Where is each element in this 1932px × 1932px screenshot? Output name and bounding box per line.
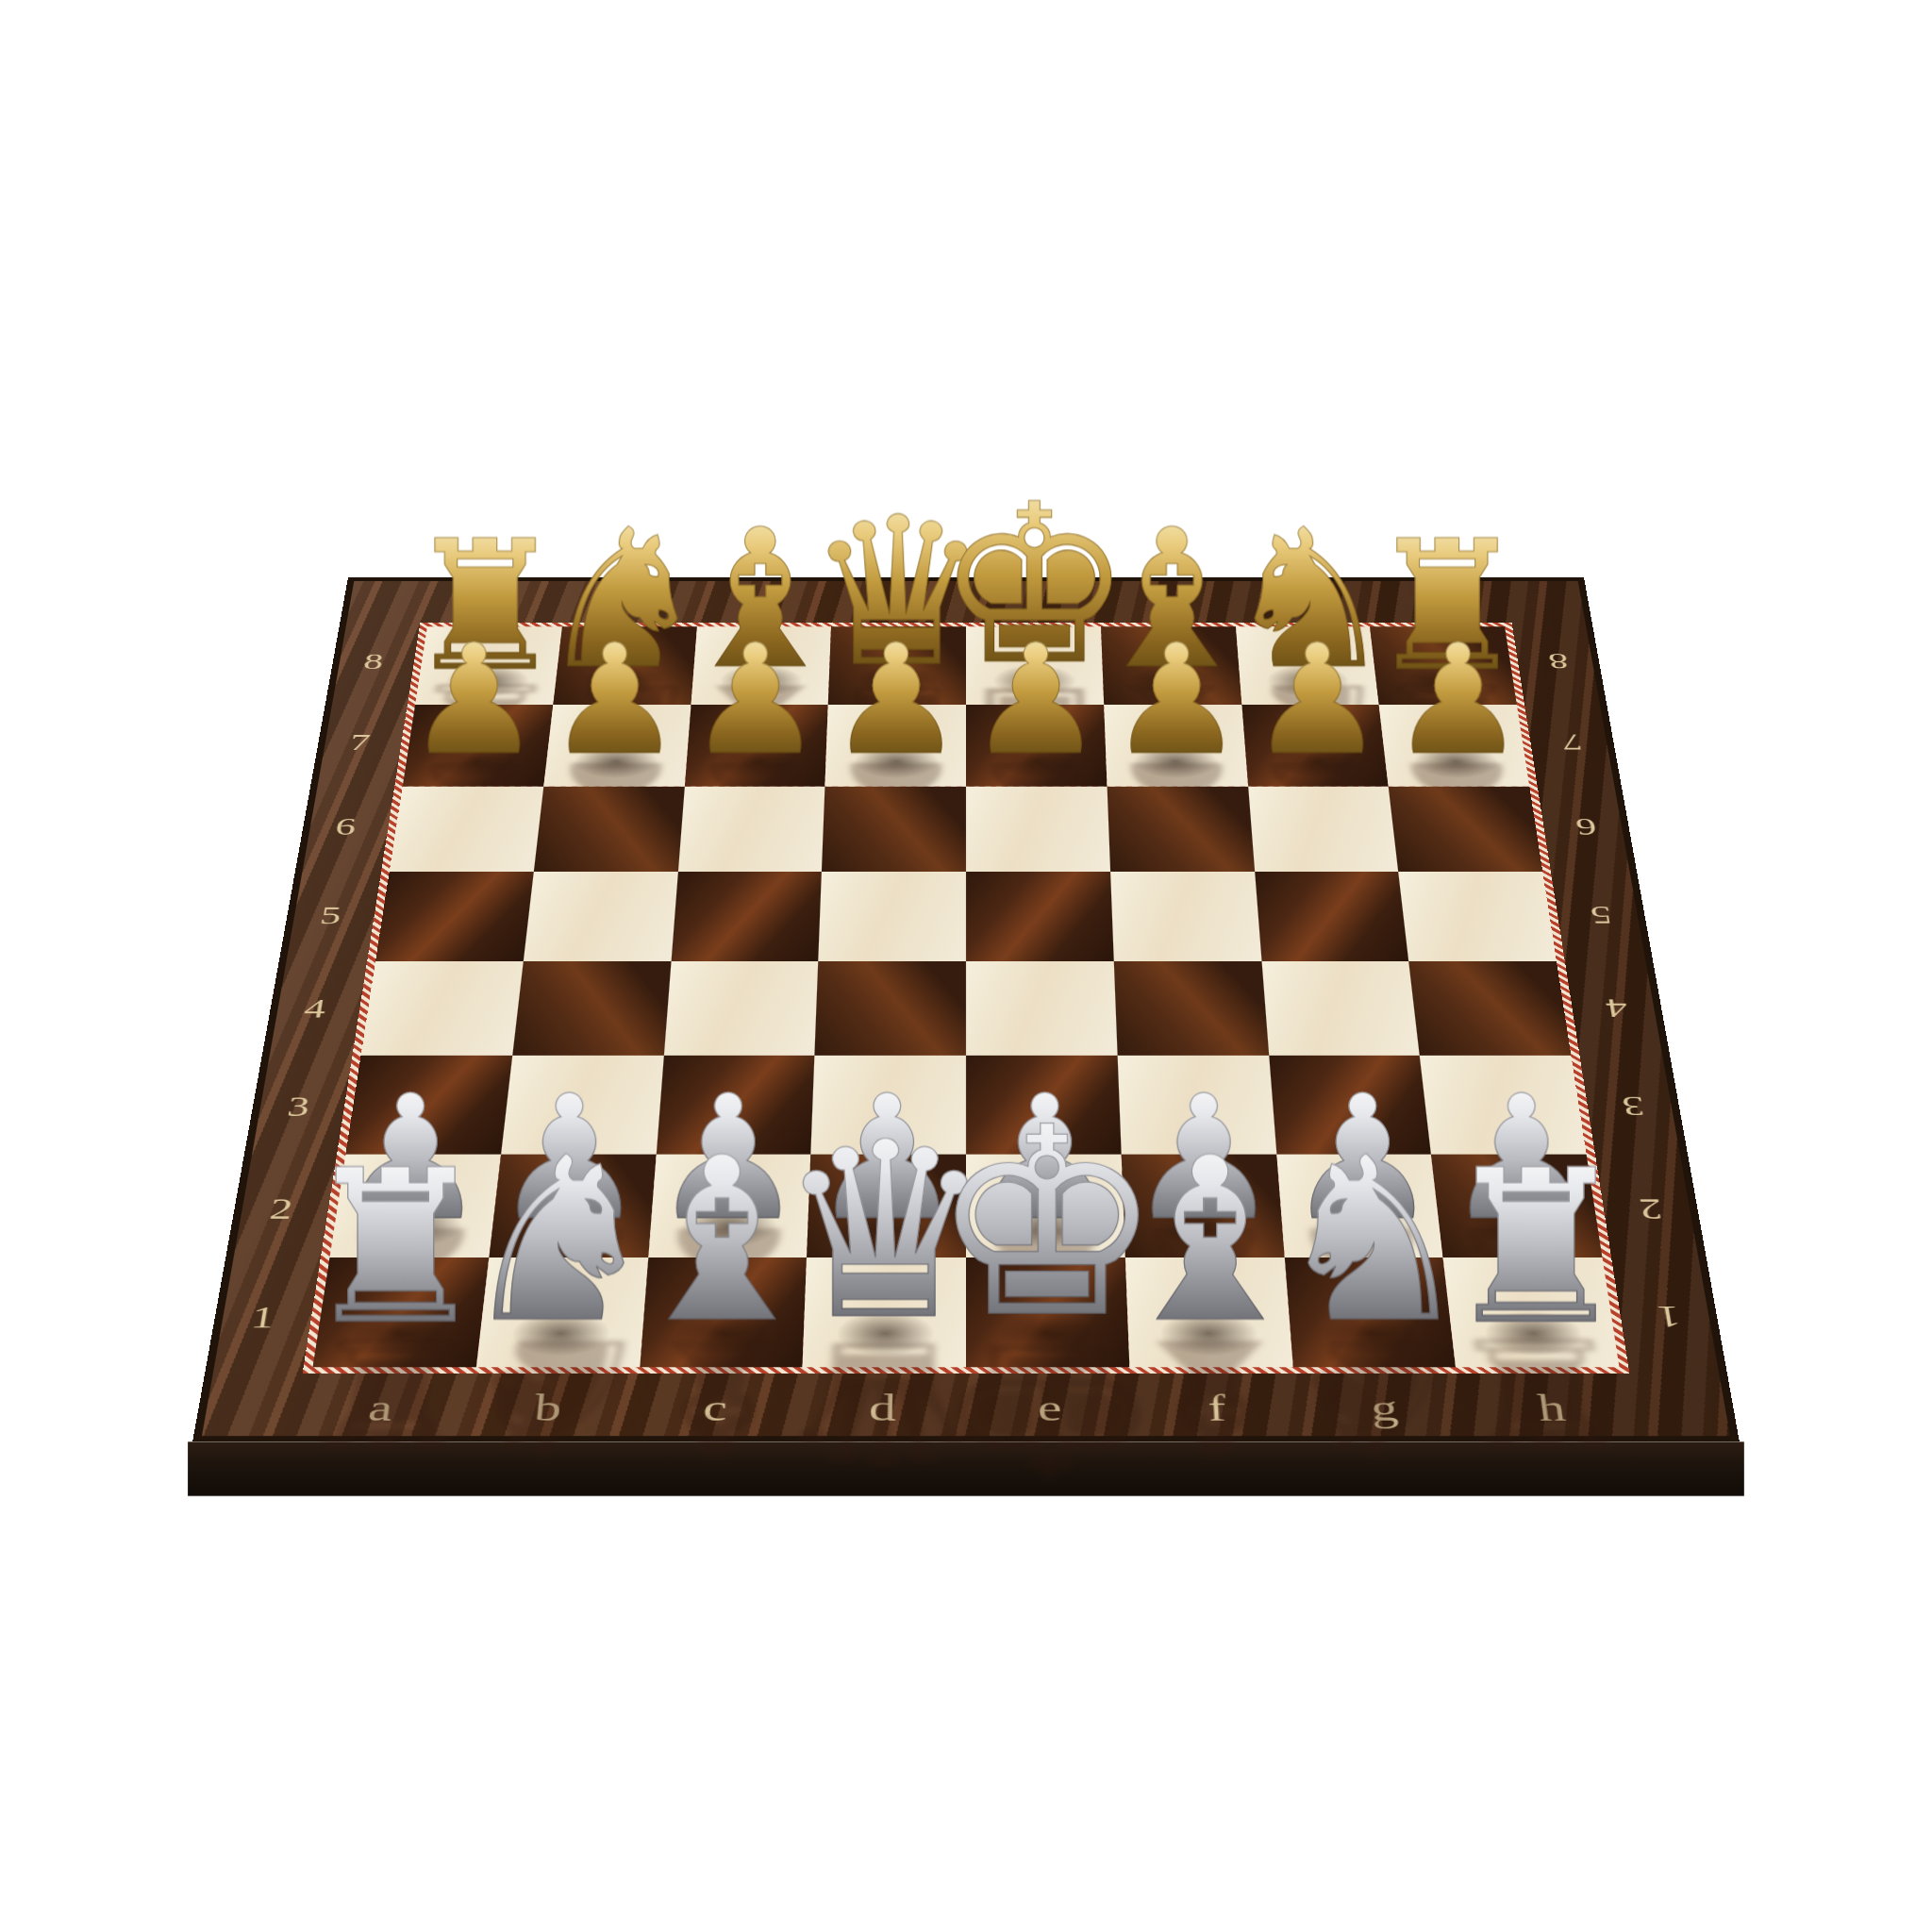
square-h1: ♜♜ [1443, 1257, 1620, 1367]
square-f6 [1107, 786, 1254, 872]
square-g6 [1248, 786, 1399, 872]
square-c4 [663, 961, 818, 1056]
square-d5 [819, 872, 966, 961]
rank-label-left-4: 4 [262, 961, 368, 1057]
square-g5 [1255, 872, 1409, 961]
square-d4 [815, 961, 966, 1056]
square-f4 [1113, 961, 1268, 1056]
rank-label-left-5: 5 [279, 871, 381, 961]
square-a6 [390, 786, 543, 872]
square-h6 [1389, 786, 1542, 872]
square-h5 [1398, 872, 1557, 961]
gold-pawn-g7: ♟ [1249, 625, 1385, 776]
square-h4 [1408, 961, 1571, 1056]
square-c5 [671, 872, 822, 961]
square-c6 [677, 786, 824, 872]
gold-pawn-d7: ♟ [827, 625, 963, 776]
square-b7: ♟♟ [543, 705, 691, 787]
square-e7: ♟♟ [966, 705, 1107, 787]
square-a7: ♟♟ [403, 705, 553, 787]
gold-pawn-e7: ♟ [968, 625, 1104, 776]
chess-board: 87654321 87654321 abcdefgh ♜♜♞♞♝♝♛♛♚♚♝♝♞… [192, 577, 1740, 1441]
gold-pawn-h7: ♟ [1390, 625, 1525, 776]
square-e6 [966, 786, 1110, 872]
gold-pawn-c7: ♟ [688, 625, 824, 776]
rope-trim: ♜♜♞♞♝♝♛♛♚♚♝♝♞♞♜♜♟♟♟♟♟♟♟♟♟♟♟♟♟♟♟♟♟♟♟♟♟♟♟♟… [303, 623, 1630, 1374]
scene: 87654321 87654321 abcdefgh ♜♜♞♞♝♝♛♛♚♚♝♝♞… [0, 0, 1932, 1932]
square-f1: ♝♝ [1125, 1257, 1293, 1367]
gold-pawn-f7: ♟ [1108, 625, 1244, 776]
gold-pawn-a7: ♟ [407, 625, 542, 776]
rank-label-left-6: 6 [295, 784, 395, 871]
square-h7: ♟♟ [1379, 705, 1529, 787]
square-e5 [966, 872, 1113, 961]
square-f7: ♟♟ [1104, 705, 1248, 787]
square-d6 [822, 786, 966, 872]
square-g4 [1261, 961, 1420, 1056]
square-c7: ♟♟ [684, 705, 828, 787]
square-f5 [1110, 872, 1261, 961]
square-g1: ♞♞ [1284, 1257, 1456, 1367]
square-g7: ♟♟ [1241, 705, 1389, 787]
rank-label-right-5: 5 [1551, 871, 1653, 961]
silver-rook-h1: ♜ [1441, 1142, 1630, 1354]
gold-pawn-b7: ♟ [547, 625, 683, 776]
rank-label-right-4: 4 [1565, 961, 1671, 1057]
square-e1: ♚♚ [966, 1257, 1129, 1367]
square-a5 [375, 872, 534, 961]
square-a4 [361, 961, 524, 1056]
square-d7: ♟♟ [825, 705, 966, 787]
square-b4 [512, 961, 671, 1056]
square-b5 [524, 872, 678, 961]
rank-label-right-6: 6 [1537, 784, 1637, 871]
square-e4 [966, 961, 1117, 1056]
board-grid: ♜♜♞♞♝♝♛♛♚♚♝♝♞♞♜♜♟♟♟♟♟♟♟♟♟♟♟♟♟♟♟♟♟♟♟♟♟♟♟♟… [313, 626, 1620, 1367]
square-b6 [534, 786, 685, 872]
